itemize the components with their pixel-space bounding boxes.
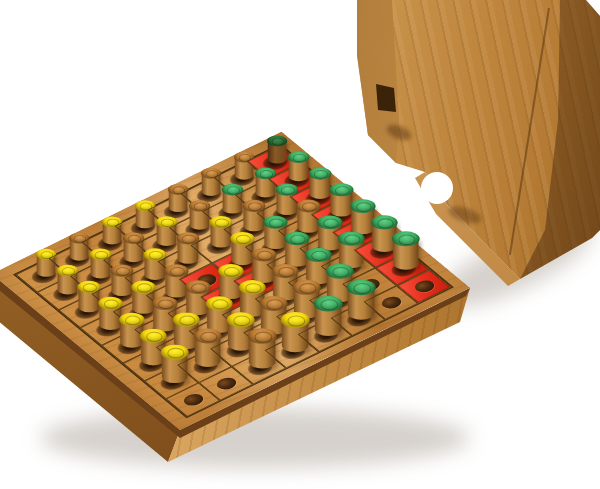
peg-cap [218,264,243,278]
peg-cap [119,313,144,327]
empty-hole [180,391,207,408]
peg-cap [248,328,277,344]
empty-hole [213,375,240,392]
peg-cap [350,199,375,213]
peg-cap [371,215,398,229]
peg-cap [140,329,167,343]
wood-peg[interactable] [69,233,89,262]
yellow-peg[interactable] [36,249,56,278]
peg-cap [152,297,177,311]
peg-cap [281,312,310,328]
peg-cap [347,280,376,296]
peg-cap [314,296,343,312]
wood-peg[interactable] [168,184,188,213]
peg-cap [326,264,354,279]
peg-cap [392,231,420,246]
peg-cap [288,151,310,163]
peg-cap [317,216,342,230]
peg-cap [305,248,332,262]
green-peg[interactable] [392,231,420,271]
yellow-peg[interactable] [102,216,122,245]
peg-cap [260,296,288,311]
game-board[interactable] [0,132,470,430]
peg-cap [284,232,309,246]
peg-cap [267,135,287,146]
peg-cap [251,248,276,262]
dark-green-peg[interactable] [267,135,287,164]
peg-cap [194,328,222,343]
peg-cap [272,264,299,278]
box-thumb-notch [421,172,453,204]
yellow-peg[interactable] [135,200,155,229]
product-photo-stage [0,0,600,489]
peg-cap [161,345,189,360]
peg-cap [173,312,200,326]
peg-cap [329,183,353,196]
peg-cap [309,167,332,179]
peg-cap [293,280,321,295]
empty-hole [411,278,438,295]
empty-hole [378,294,405,311]
green-peg[interactable] [309,167,332,199]
green-peg[interactable] [288,151,310,182]
peg-cap [206,296,233,310]
wood-peg[interactable] [201,168,221,197]
wood-peg[interactable] [234,152,254,181]
peg-cap [338,232,365,246]
peg-cap [227,312,255,327]
peg-cap [239,280,266,294]
peg-cap [185,280,210,294]
